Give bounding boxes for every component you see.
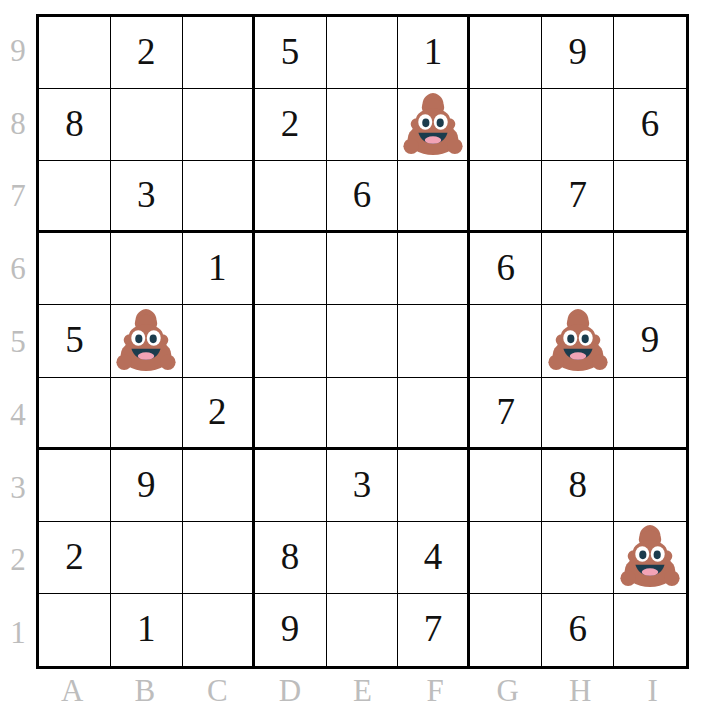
cell-C6[interactable]: 1 xyxy=(183,233,255,305)
cell-F8[interactable] xyxy=(398,89,470,161)
cell-B4[interactable] xyxy=(111,378,183,450)
col-label-D: D xyxy=(254,669,327,712)
col-label-G: G xyxy=(471,669,544,712)
cell-I8[interactable]: 6 xyxy=(614,89,686,161)
cell-A4[interactable] xyxy=(39,378,111,450)
cell-B2[interactable] xyxy=(111,522,183,594)
cell-B3[interactable]: 9 xyxy=(111,450,183,522)
col-label-H: H xyxy=(544,669,617,712)
cell-H6[interactable] xyxy=(542,233,614,305)
row-label-5: 5 xyxy=(0,305,36,378)
cell-D7[interactable] xyxy=(255,161,327,233)
cell-E9[interactable] xyxy=(327,17,399,89)
cell-D4[interactable] xyxy=(255,378,327,450)
cell-G8[interactable] xyxy=(470,89,542,161)
col-label-E: E xyxy=(326,669,399,712)
cell-E5[interactable] xyxy=(327,305,399,377)
cell-H2[interactable] xyxy=(542,522,614,594)
cell-A9[interactable] xyxy=(39,17,111,89)
row-labels: 987654321 xyxy=(0,14,36,669)
cell-F4[interactable] xyxy=(398,378,470,450)
row-label-7: 7 xyxy=(0,160,36,233)
col-label-F: F xyxy=(399,669,472,712)
cell-F7[interactable] xyxy=(398,161,470,233)
cell-E3[interactable]: 3 xyxy=(327,450,399,522)
cell-D9[interactable]: 5 xyxy=(255,17,327,89)
cell-A5[interactable]: 5 xyxy=(39,305,111,377)
cell-A8[interactable]: 8 xyxy=(39,89,111,161)
given-digit: 3 xyxy=(353,466,372,503)
poop-emoji-icon xyxy=(114,308,178,374)
cell-H9[interactable]: 9 xyxy=(542,17,614,89)
cell-A3[interactable] xyxy=(39,450,111,522)
cell-G1[interactable] xyxy=(470,594,542,666)
given-digit: 2 xyxy=(137,33,156,70)
cell-A1[interactable] xyxy=(39,594,111,666)
row-label-1: 1 xyxy=(0,596,36,669)
cell-G3[interactable] xyxy=(470,450,542,522)
col-label-C: C xyxy=(181,669,254,712)
cell-B5[interactable] xyxy=(111,305,183,377)
cell-E4[interactable] xyxy=(327,378,399,450)
given-digit: 8 xyxy=(65,105,84,142)
row-label-8: 8 xyxy=(0,87,36,160)
cell-A6[interactable] xyxy=(39,233,111,305)
given-digit: 9 xyxy=(568,33,587,70)
given-digit: 2 xyxy=(281,105,300,142)
given-digit: 6 xyxy=(353,176,372,213)
given-digit: 1 xyxy=(424,33,443,70)
cell-C8[interactable] xyxy=(183,89,255,161)
cell-H7[interactable]: 7 xyxy=(542,161,614,233)
cell-H8[interactable] xyxy=(542,89,614,161)
cell-B1[interactable]: 1 xyxy=(111,594,183,666)
cell-B8[interactable] xyxy=(111,89,183,161)
given-digit: 9 xyxy=(641,321,660,358)
given-digit: 7 xyxy=(424,610,443,647)
given-digit: 3 xyxy=(137,176,156,213)
cell-B6[interactable] xyxy=(111,233,183,305)
cell-D3[interactable] xyxy=(255,450,327,522)
cell-E2[interactable] xyxy=(327,522,399,594)
given-digit: 2 xyxy=(208,393,227,430)
cell-B7[interactable]: 3 xyxy=(111,161,183,233)
cell-F6[interactable] xyxy=(398,233,470,305)
cell-F1[interactable]: 7 xyxy=(398,594,470,666)
given-digit: 1 xyxy=(208,249,227,286)
cell-C5[interactable] xyxy=(183,305,255,377)
given-digit: 6 xyxy=(641,105,660,142)
cell-D6[interactable] xyxy=(255,233,327,305)
given-digit: 2 xyxy=(65,538,84,575)
given-digit: 1 xyxy=(137,610,156,647)
cell-F5[interactable] xyxy=(398,305,470,377)
col-label-I: I xyxy=(616,669,689,712)
cell-G6[interactable]: 6 xyxy=(470,233,542,305)
given-digit: 4 xyxy=(424,538,443,575)
cell-I3[interactable] xyxy=(614,450,686,522)
cell-G4[interactable]: 7 xyxy=(470,378,542,450)
cell-I1[interactable] xyxy=(614,594,686,666)
given-digit: 7 xyxy=(497,393,516,430)
cell-G9[interactable] xyxy=(470,17,542,89)
cell-C4[interactable]: 2 xyxy=(183,378,255,450)
given-digit: 5 xyxy=(65,321,84,358)
given-digit: 6 xyxy=(497,249,516,286)
cell-C2[interactable] xyxy=(183,522,255,594)
cell-C1[interactable] xyxy=(183,594,255,666)
row-label-6: 6 xyxy=(0,232,36,305)
cell-E1[interactable] xyxy=(327,594,399,666)
cell-H5[interactable] xyxy=(542,305,614,377)
cell-I7[interactable] xyxy=(614,161,686,233)
cell-C7[interactable] xyxy=(183,161,255,233)
cell-C3[interactable] xyxy=(183,450,255,522)
cell-H1[interactable]: 6 xyxy=(542,594,614,666)
cell-D1[interactable]: 9 xyxy=(255,594,327,666)
cell-D2[interactable]: 8 xyxy=(255,522,327,594)
row-label-3: 3 xyxy=(0,451,36,524)
cell-E8[interactable] xyxy=(327,89,399,161)
col-label-B: B xyxy=(109,669,182,712)
sudoku-screen: 987654321 251982 6367165 xyxy=(0,0,706,712)
col-labels: ABCDEFGHI xyxy=(36,669,689,712)
cell-I9[interactable] xyxy=(614,17,686,89)
given-digit: 8 xyxy=(281,538,300,575)
col-label-A: A xyxy=(36,669,109,712)
cell-B9[interactable]: 2 xyxy=(111,17,183,89)
cell-I4[interactable] xyxy=(614,378,686,450)
given-digit: 8 xyxy=(568,466,587,503)
cell-D5[interactable] xyxy=(255,305,327,377)
given-digit: 7 xyxy=(568,176,587,213)
cell-A2[interactable]: 2 xyxy=(39,522,111,594)
poop-emoji-icon xyxy=(618,524,682,590)
cell-F9[interactable]: 1 xyxy=(398,17,470,89)
cell-C9[interactable] xyxy=(183,17,255,89)
cell-G2[interactable] xyxy=(470,522,542,594)
cell-I5[interactable]: 9 xyxy=(614,305,686,377)
cell-E7[interactable]: 6 xyxy=(327,161,399,233)
cell-H3[interactable]: 8 xyxy=(542,450,614,522)
row-label-9: 9 xyxy=(0,14,36,87)
cell-A7[interactable] xyxy=(39,161,111,233)
sudoku-board: 251982 6367165 xyxy=(36,14,689,669)
cell-E6[interactable] xyxy=(327,233,399,305)
poop-emoji-icon xyxy=(546,308,610,374)
poop-emoji-icon xyxy=(401,92,465,158)
cell-I2[interactable] xyxy=(614,522,686,594)
given-digit: 5 xyxy=(281,33,300,70)
cell-D8[interactable]: 2 xyxy=(255,89,327,161)
given-digit: 9 xyxy=(281,610,300,647)
cell-H4[interactable] xyxy=(542,378,614,450)
cell-I6[interactable] xyxy=(614,233,686,305)
cell-G5[interactable] xyxy=(470,305,542,377)
given-digit: 6 xyxy=(568,610,587,647)
row-label-4: 4 xyxy=(0,378,36,451)
cell-G7[interactable] xyxy=(470,161,542,233)
given-digit: 9 xyxy=(137,466,156,503)
cell-F2[interactable]: 4 xyxy=(398,522,470,594)
row-label-2: 2 xyxy=(0,523,36,596)
cell-F3[interactable] xyxy=(398,450,470,522)
